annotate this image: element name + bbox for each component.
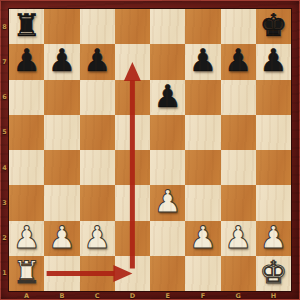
square-f2[interactable]: ♟ (185, 221, 220, 256)
square-c5[interactable] (80, 115, 115, 150)
square-g7[interactable]: ♟ (221, 44, 256, 79)
rank-label-1: 1 (0, 256, 9, 291)
square-e7[interactable] (150, 44, 185, 79)
square-h2[interactable]: ♟ (256, 221, 291, 256)
square-c3[interactable] (80, 185, 115, 220)
piece-white-pawn-a2[interactable]: ♟ (13, 222, 41, 253)
square-g3[interactable] (221, 185, 256, 220)
piece-white-king-h1[interactable]: ♚ (259, 257, 287, 288)
square-b7[interactable]: ♟ (44, 44, 79, 79)
square-g2[interactable]: ♟ (221, 221, 256, 256)
square-e4[interactable] (150, 150, 185, 185)
square-h7[interactable]: ♟ (256, 44, 291, 79)
square-e1[interactable] (150, 256, 185, 291)
square-g1[interactable] (221, 256, 256, 291)
square-c2[interactable]: ♟ (80, 221, 115, 256)
square-c8[interactable] (80, 9, 115, 44)
square-b4[interactable] (44, 150, 79, 185)
piece-white-pawn-h2[interactable]: ♟ (259, 222, 287, 253)
rank-label-8: 8 (0, 9, 9, 44)
square-g5[interactable] (221, 115, 256, 150)
rank-label-2: 2 (0, 221, 9, 256)
square-e5[interactable] (150, 115, 185, 150)
square-f4[interactable] (185, 150, 220, 185)
square-h5[interactable] (256, 115, 291, 150)
piece-black-pawn-c7[interactable]: ♟ (83, 45, 111, 76)
file-labels: ABCDEFGH (9, 291, 291, 300)
square-a2[interactable]: ♟ (9, 221, 44, 256)
square-f8[interactable] (185, 9, 220, 44)
rank-labels: 87654321 (0, 9, 9, 291)
piece-black-king-h8[interactable]: ♚ (259, 10, 287, 41)
piece-black-pawn-b7[interactable]: ♟ (48, 45, 76, 76)
square-e6[interactable]: ♟ (150, 80, 185, 115)
square-h4[interactable] (256, 150, 291, 185)
rank-label-6: 6 (0, 80, 9, 115)
square-c7[interactable]: ♟ (80, 44, 115, 79)
square-h3[interactable] (256, 185, 291, 220)
square-a5[interactable] (9, 115, 44, 150)
square-b3[interactable] (44, 185, 79, 220)
square-a6[interactable] (9, 80, 44, 115)
square-d8[interactable] (115, 9, 150, 44)
square-d5[interactable] (115, 115, 150, 150)
piece-white-pawn-b2[interactable]: ♟ (48, 222, 76, 253)
square-g8[interactable] (221, 9, 256, 44)
chess-diagram: ♜♚♟♟♟♟♟♟♟♟♟♟♟♟♟♟♜♚ 87654321 ABCDEFGH (0, 0, 300, 300)
square-f1[interactable] (185, 256, 220, 291)
square-b5[interactable] (44, 115, 79, 150)
rank-label-4: 4 (0, 150, 9, 185)
file-label-d: D (115, 291, 150, 300)
square-d6[interactable] (115, 80, 150, 115)
piece-white-pawn-e3[interactable]: ♟ (154, 186, 182, 217)
square-g6[interactable] (221, 80, 256, 115)
piece-white-pawn-g2[interactable]: ♟ (224, 222, 252, 253)
file-label-g: G (221, 291, 256, 300)
rank-label-5: 5 (0, 115, 9, 150)
square-d4[interactable] (115, 150, 150, 185)
square-e2[interactable] (150, 221, 185, 256)
file-label-e: E (150, 291, 185, 300)
square-f7[interactable]: ♟ (185, 44, 220, 79)
piece-white-pawn-f2[interactable]: ♟ (189, 222, 217, 253)
square-d2[interactable] (115, 221, 150, 256)
square-c1[interactable] (80, 256, 115, 291)
square-b1[interactable] (44, 256, 79, 291)
square-b6[interactable] (44, 80, 79, 115)
square-b8[interactable] (44, 9, 79, 44)
square-g4[interactable] (221, 150, 256, 185)
square-c4[interactable] (80, 150, 115, 185)
piece-white-pawn-c2[interactable]: ♟ (83, 222, 111, 253)
square-a4[interactable] (9, 150, 44, 185)
rank-label-3: 3 (0, 185, 9, 220)
piece-black-pawn-f7[interactable]: ♟ (189, 45, 217, 76)
square-b2[interactable]: ♟ (44, 221, 79, 256)
square-d7[interactable] (115, 44, 150, 79)
square-f5[interactable] (185, 115, 220, 150)
square-h6[interactable] (256, 80, 291, 115)
square-f3[interactable] (185, 185, 220, 220)
square-h1[interactable]: ♚ (256, 256, 291, 291)
square-d1[interactable] (115, 256, 150, 291)
square-c6[interactable] (80, 80, 115, 115)
piece-black-pawn-g7[interactable]: ♟ (224, 45, 252, 76)
square-h8[interactable]: ♚ (256, 9, 291, 44)
piece-black-pawn-e6[interactable]: ♟ (154, 81, 182, 112)
board: ♜♚♟♟♟♟♟♟♟♟♟♟♟♟♟♟♜♚ (9, 9, 291, 291)
square-e3[interactable]: ♟ (150, 185, 185, 220)
square-d3[interactable] (115, 185, 150, 220)
rank-label-7: 7 (0, 44, 9, 79)
square-e8[interactable] (150, 9, 185, 44)
square-a8[interactable]: ♜ (9, 9, 44, 44)
piece-black-pawn-h7[interactable]: ♟ (259, 45, 287, 76)
square-a3[interactable] (9, 185, 44, 220)
square-a7[interactable]: ♟ (9, 44, 44, 79)
piece-black-rook-a8[interactable]: ♜ (13, 10, 41, 41)
file-label-c: C (80, 291, 115, 300)
file-label-f: F (185, 291, 220, 300)
square-a1[interactable]: ♜ (9, 256, 44, 291)
file-label-h: H (256, 291, 291, 300)
piece-white-rook-a1[interactable]: ♜ (13, 257, 41, 288)
file-label-b: B (44, 291, 79, 300)
file-label-a: A (9, 291, 44, 300)
square-f6[interactable] (185, 80, 220, 115)
piece-black-pawn-a7[interactable]: ♟ (13, 45, 41, 76)
